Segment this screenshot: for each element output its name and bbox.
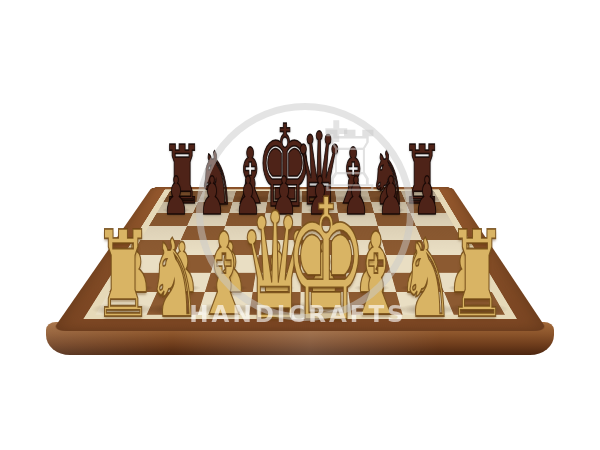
chess-set-photo: ♜♞♝♚♛♝♞♜♟♟♟♟♟♟♟♟♟♟♟♟♟♟♟♟♜♞♝♛♚♝♞♜ ✚ ♖ HAN… [0,0,600,450]
rook-watermark-icon: ♖ [312,120,387,204]
square-h6 [410,213,453,226]
square-b2 [157,273,211,293]
square-h1 [444,292,505,314]
square-a7 [157,202,198,213]
square-h4 [422,240,471,256]
watermark-text: HANDICRAFTS [189,301,406,327]
square-h5 [416,226,462,240]
square-a5 [141,226,187,240]
square-a6 [149,213,193,226]
square-h3 [428,255,480,272]
square-h2 [436,273,492,293]
